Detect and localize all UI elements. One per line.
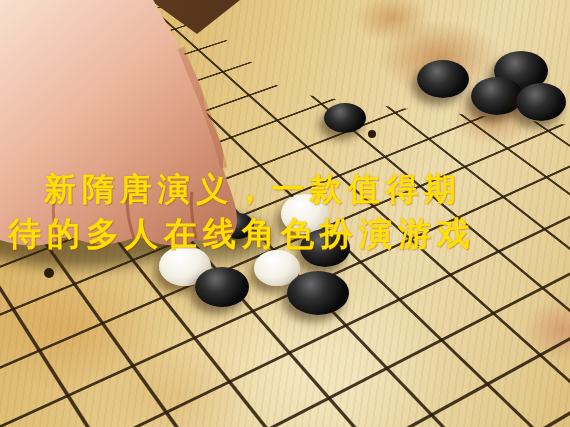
caption-line-1: 新隋唐演义，一款值得期 [44, 168, 462, 212]
go-photo-scene: 新隋唐演义，一款值得期 待的多人在线角色扮演游戏 [0, 0, 570, 427]
caption-line-2: 待的多人在线角色扮演游戏 [8, 212, 476, 257]
